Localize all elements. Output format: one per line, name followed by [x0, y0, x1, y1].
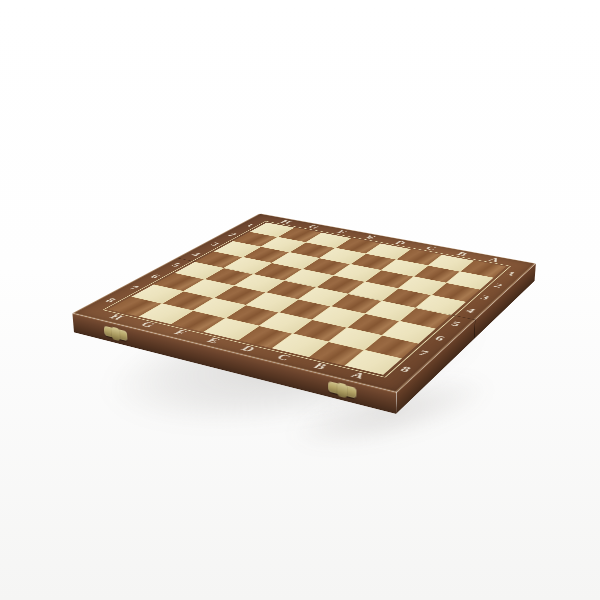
file-label-near-e: E [204, 337, 223, 346]
square-d7 [259, 313, 311, 334]
square-a6 [383, 322, 435, 344]
rank-label-right-5: 5 [448, 321, 462, 329]
file-label-near-c: C [273, 353, 292, 362]
brass-latch-left [104, 326, 128, 342]
file-label-near-b: B [310, 362, 329, 371]
board-top-face: HH11GG22FF33EE44DD55CC66BB77AA88 [72, 214, 535, 393]
square-e8 [204, 319, 258, 340]
square-c7 [293, 320, 346, 342]
file-label-far-e: E [363, 235, 377, 241]
square-a4 [417, 295, 466, 315]
rank-label-right-4: 4 [464, 307, 477, 314]
file-label-far-c: C [423, 246, 438, 252]
square-b4 [383, 289, 432, 308]
square-d8 [238, 326, 292, 348]
file-label-far-a: A [487, 257, 502, 263]
square-h7 [132, 285, 183, 304]
square-h8 [108, 297, 160, 317]
rank-label-left-5: 5 [168, 262, 182, 268]
rank-label-right-8: 8 [398, 365, 413, 374]
square-d5 [298, 287, 347, 306]
rank-label-left-1: 1 [243, 223, 256, 228]
rank-label-left-8: 8 [102, 297, 118, 304]
square-b8 [309, 342, 364, 365]
square-a5 [401, 308, 451, 329]
file-label-near-d: D [238, 345, 257, 354]
file-label-near-f: F [171, 329, 189, 337]
rank-label-right-3: 3 [478, 295, 491, 302]
scene: HH11GG22FF33EE44DD55CC66BB77AA88 [0, 0, 600, 600]
rank-label-left-6: 6 [147, 273, 162, 279]
square-c8 [273, 334, 327, 357]
rank-label-left-7: 7 [125, 285, 140, 292]
rank-label-right-2: 2 [492, 283, 504, 289]
square-e6 [247, 293, 297, 312]
square-e7 [226, 305, 278, 325]
square-f8 [171, 311, 224, 332]
square-f7 [194, 298, 246, 318]
rank-label-left-2: 2 [226, 232, 239, 237]
brass-latch-right [328, 381, 356, 399]
square-b6 [348, 314, 399, 335]
rank-label-left-3: 3 [207, 242, 220, 247]
square-g8 [139, 304, 192, 324]
rank-label-left-4: 4 [188, 252, 202, 258]
file-label-far-d: D [393, 240, 408, 246]
file-label-far-h: H [278, 219, 293, 224]
file-label-far-f: F [335, 230, 348, 235]
square-b5 [366, 301, 416, 321]
square-f6 [215, 286, 265, 305]
rank-label-right-1: 1 [505, 271, 517, 277]
square-a8 [346, 351, 401, 375]
rank-label-right-6: 6 [432, 335, 446, 343]
square-g7 [162, 291, 213, 310]
rank-label-right-7: 7 [415, 349, 430, 357]
square-c6 [313, 307, 364, 327]
file-label-near-a: A [348, 371, 367, 381]
square-a7 [365, 336, 418, 359]
file-label-far-g: G [306, 224, 321, 230]
file-label-near-g: G [137, 321, 157, 329]
file-label-near-h: H [106, 313, 126, 321]
fold-seam-side [474, 319, 476, 339]
square-d6 [279, 300, 330, 320]
square-c5 [332, 294, 382, 313]
chessboard-3d: HH11GG22FF33EE44DD55CC66BB77AA88 [72, 214, 535, 393]
square-b7 [329, 328, 382, 350]
file-label-far-b: B [455, 251, 469, 257]
